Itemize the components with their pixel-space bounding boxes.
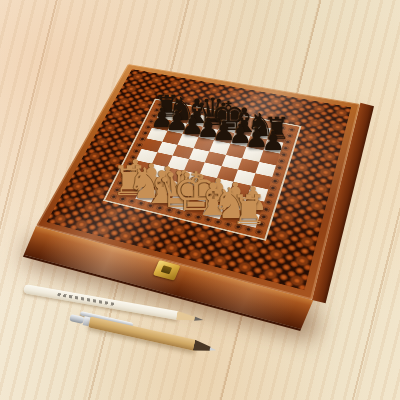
piece-white-rook-h1[interactable]: ♜ — [231, 190, 267, 230]
pen-ballpoint — [209, 345, 217, 353]
scene: ♜♞♝♛♚♝♞♜♟♟♟♟♟♟♟♟♟♟♟♟♟♟♟♟♜♞♝♛♚♝♞♜ — [0, 0, 400, 400]
piece-black-pawn-h7[interactable]: ♟ — [261, 128, 285, 155]
brass-clasp-slot — [161, 265, 172, 274]
pencil-lead-tip — [194, 314, 204, 324]
